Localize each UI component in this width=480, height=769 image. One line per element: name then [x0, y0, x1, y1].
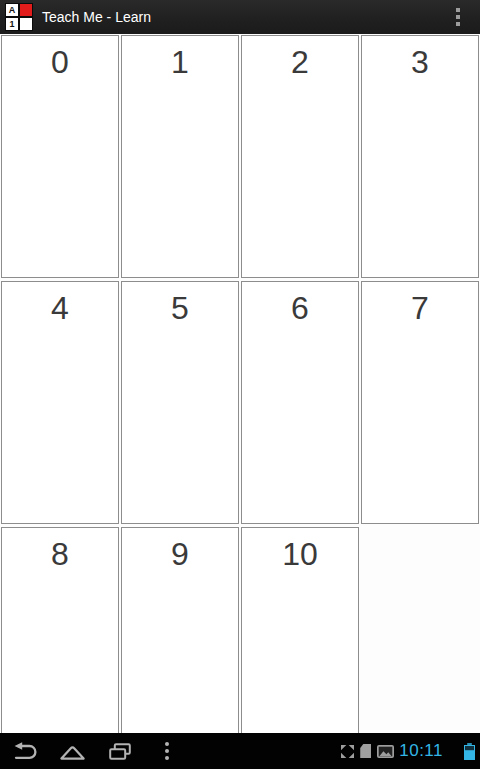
overflow-dot — [456, 22, 460, 26]
app-icon-cell-a: A — [6, 4, 18, 16]
card-number: 5 — [171, 292, 189, 326]
app-icon-cell-blank — [20, 18, 32, 30]
number-card-2[interactable]: 2 — [241, 35, 359, 278]
number-card-0[interactable]: 0 — [1, 35, 119, 278]
menu-dot — [165, 742, 169, 746]
app-icon-cell-1: 1 — [6, 18, 18, 30]
action-bar: A 1 Teach Me - Learn — [0, 0, 480, 34]
home-icon — [59, 743, 86, 760]
home-button[interactable] — [49, 733, 96, 769]
number-card-3[interactable]: 3 — [361, 35, 479, 278]
app-icon[interactable]: A 1 — [5, 3, 33, 31]
card-number: 4 — [51, 292, 69, 326]
menu-dot — [165, 756, 169, 760]
app-icon-cell-red — [20, 4, 32, 16]
back-button[interactable] — [2, 733, 49, 769]
number-card-grid: 0 1 2 3 4 5 6 7 8 9 10 — [0, 34, 480, 733]
overflow-dot — [456, 15, 460, 19]
screenshot-icon — [377, 745, 394, 758]
fullscreen-icon — [341, 745, 354, 758]
card-number: 0 — [51, 46, 69, 80]
back-icon — [13, 742, 39, 760]
card-number: 9 — [171, 538, 189, 572]
card-number: 6 — [291, 292, 309, 326]
app-title: Teach Me - Learn — [42, 9, 151, 25]
card-number: 1 — [171, 46, 189, 80]
card-number: 7 — [411, 292, 429, 326]
android-screen: A 1 Teach Me - Learn 0 1 2 3 4 5 6 7 8 9… — [0, 0, 480, 769]
menu-dot — [165, 749, 169, 753]
overflow-menu-icon[interactable] — [452, 2, 464, 32]
number-card-10[interactable]: 10 — [241, 527, 359, 733]
system-navigation-bar: 10:11 — [0, 733, 480, 769]
card-number: 2 — [291, 46, 309, 80]
menu-button[interactable] — [143, 733, 190, 769]
nav-button-cluster — [2, 733, 190, 769]
sdcard-icon — [360, 744, 371, 758]
status-tray[interactable]: 10:11 — [341, 741, 480, 761]
card-number: 8 — [51, 538, 69, 572]
recents-button[interactable] — [96, 733, 143, 769]
battery-icon — [464, 743, 475, 760]
number-card-8[interactable]: 8 — [1, 527, 119, 733]
number-card-7[interactable]: 7 — [361, 281, 479, 524]
card-number: 10 — [282, 538, 318, 572]
overflow-dot — [456, 8, 460, 12]
clock: 10:11 — [399, 741, 443, 761]
recents-icon — [108, 743, 132, 760]
number-card-4[interactable]: 4 — [1, 281, 119, 524]
number-card-6[interactable]: 6 — [241, 281, 359, 524]
card-number: 3 — [411, 46, 429, 80]
number-card-5[interactable]: 5 — [121, 281, 239, 524]
number-card-1[interactable]: 1 — [121, 35, 239, 278]
menu-dots-icon — [165, 742, 169, 760]
number-card-9[interactable]: 9 — [121, 527, 239, 733]
